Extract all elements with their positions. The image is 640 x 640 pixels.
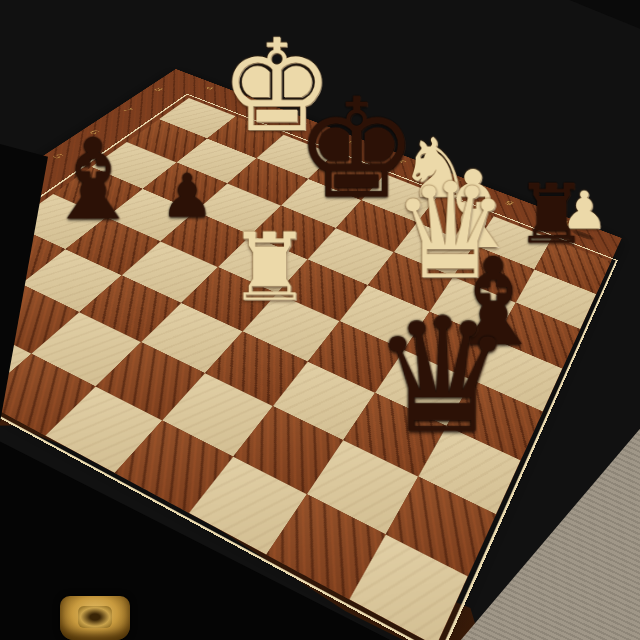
h3-black-queen[interactable]: ♛ <box>372 301 514 452</box>
rank-label-left-8: 8 <box>152 86 164 93</box>
e4-white-rook[interactable]: ♜ <box>228 223 312 312</box>
c5-black-pawn[interactable]: ♟ <box>160 168 214 225</box>
rank-label-left-4: 4 <box>10 178 26 187</box>
b4-black-bishop[interactable]: ♝ <box>43 127 143 233</box>
rank-label-left-7: 7 <box>121 106 134 113</box>
brass-latch <box>60 596 130 640</box>
file-label-far-a: a <box>204 84 216 91</box>
chess-board: aabbccddeeffgghh8877665544332211♚♞♜♚♝♛♟♝… <box>0 83 593 598</box>
photo-scene: aabbccddeeffgghh8877665544332211♚♞♜♚♝♛♟♝… <box>0 0 640 640</box>
